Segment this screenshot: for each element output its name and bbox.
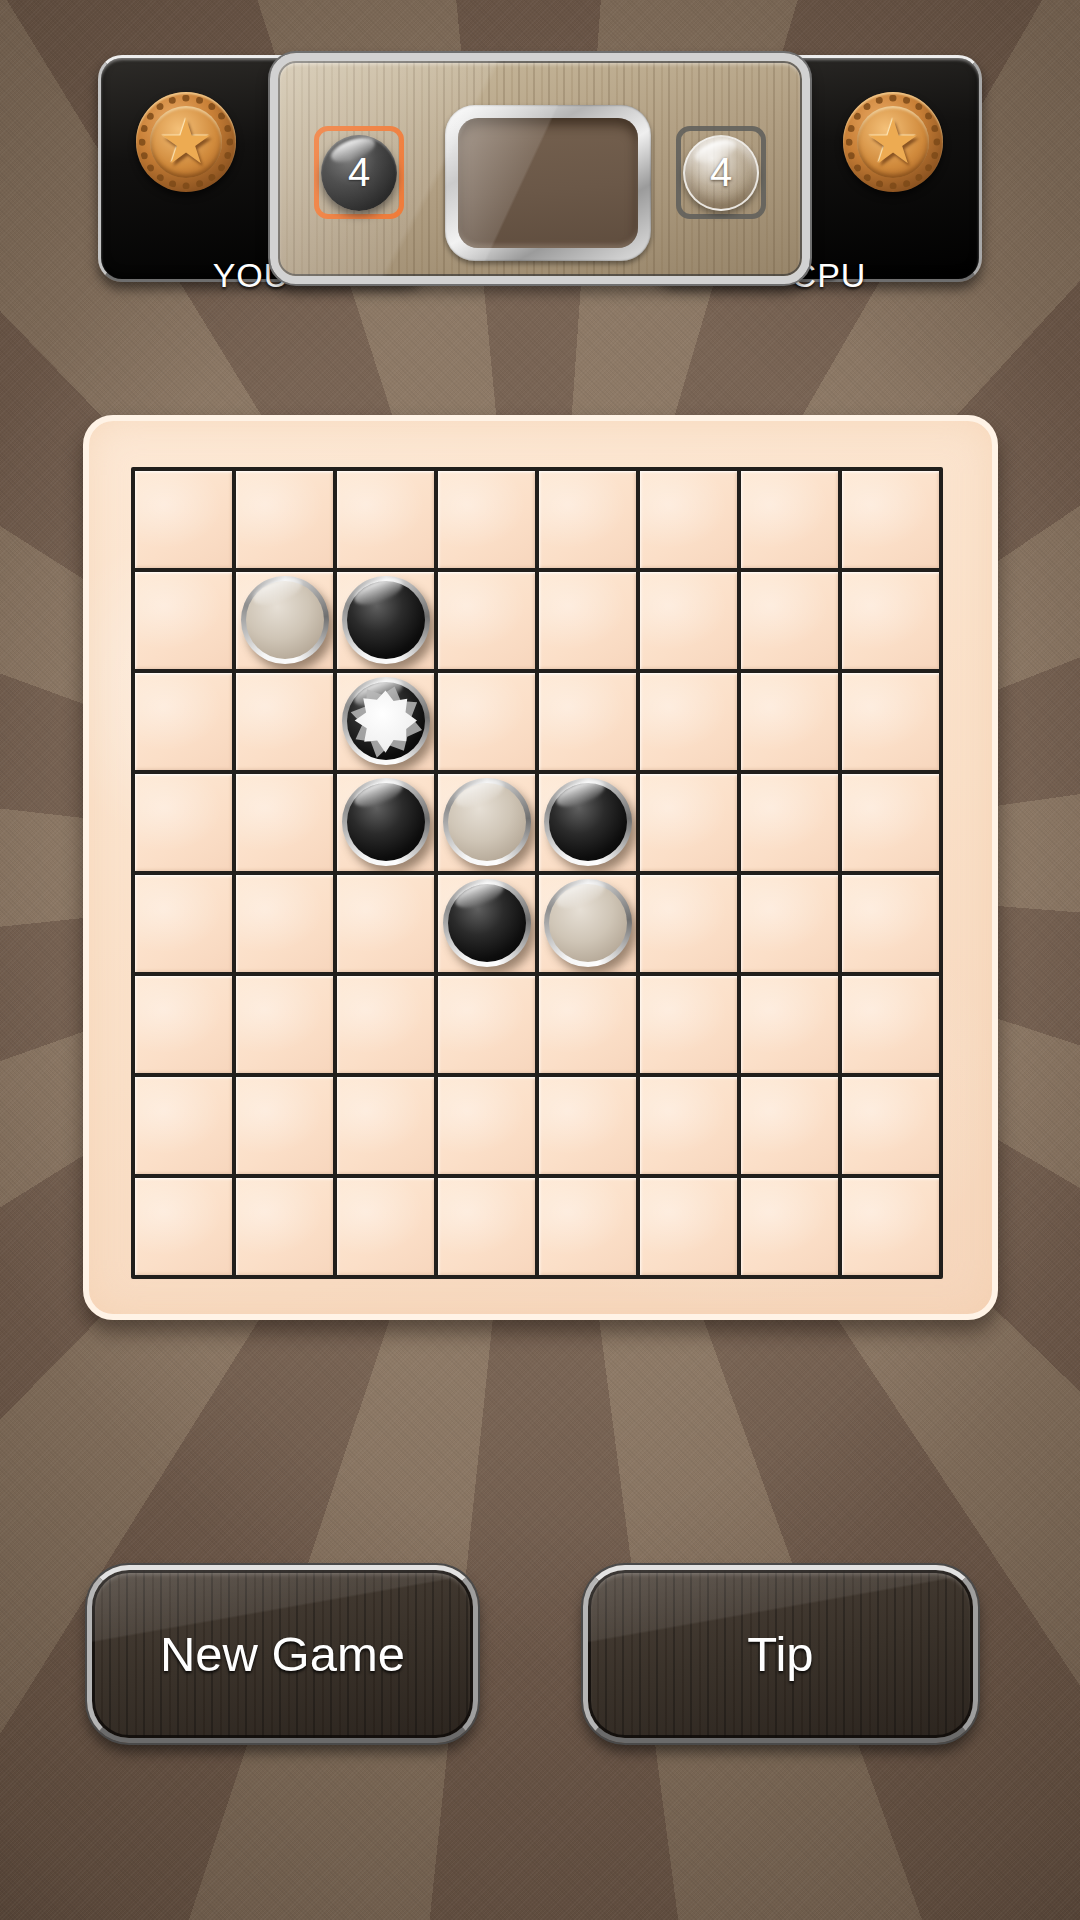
board-cell-r2c2[interactable] xyxy=(236,572,333,669)
board-cell-r6c8[interactable] xyxy=(842,976,939,1073)
board-cell-r2c4[interactable] xyxy=(438,572,535,669)
board-cell-r2c5[interactable] xyxy=(539,572,636,669)
board-cell-r5c4[interactable] xyxy=(438,875,535,972)
tip-label: Tip xyxy=(747,1626,813,1682)
active-turn-box-black: 4 xyxy=(314,126,404,219)
board-cell-r7c3[interactable] xyxy=(337,1077,434,1174)
board-cell-r2c3[interactable] xyxy=(337,572,434,669)
board-cell-r5c8[interactable] xyxy=(842,875,939,972)
score-window xyxy=(445,105,651,261)
board-cell-r3c8[interactable] xyxy=(842,673,939,770)
board-cell-r6c7[interactable] xyxy=(741,976,838,1073)
board-cell-r7c4[interactable] xyxy=(438,1077,535,1174)
black-disc xyxy=(342,778,430,866)
board-cell-r8c6[interactable] xyxy=(640,1178,737,1275)
score-window-hole xyxy=(458,118,638,248)
star-icon: ★ xyxy=(136,99,236,185)
board-cell-r4c6[interactable] xyxy=(640,774,737,871)
board-cell-r7c8[interactable] xyxy=(842,1077,939,1174)
board-cell-r7c6[interactable] xyxy=(640,1077,737,1174)
board-cell-r2c1[interactable] xyxy=(135,572,232,669)
board-cell-r6c2[interactable] xyxy=(236,976,333,1073)
board-cell-r8c4[interactable] xyxy=(438,1178,535,1275)
board-cell-r6c4[interactable] xyxy=(438,976,535,1073)
board-cell-r8c1[interactable] xyxy=(135,1178,232,1275)
board-cell-r8c3[interactable] xyxy=(337,1178,434,1275)
board-cell-r4c3[interactable] xyxy=(337,774,434,871)
board-cell-r6c6[interactable] xyxy=(640,976,737,1073)
board-cell-r3c5[interactable] xyxy=(539,673,636,770)
board-cell-r4c4[interactable] xyxy=(438,774,535,871)
board-cell-r4c7[interactable] xyxy=(741,774,838,871)
board-cell-r8c8[interactable] xyxy=(842,1178,939,1275)
board-cell-r3c7[interactable] xyxy=(741,673,838,770)
black-score-disc: 4 xyxy=(321,135,397,211)
board-cell-r1c5[interactable] xyxy=(539,471,636,568)
board-cell-r6c1[interactable] xyxy=(135,976,232,1073)
board-cell-r4c1[interactable] xyxy=(135,774,232,871)
board-cell-r5c7[interactable] xyxy=(741,875,838,972)
board-cell-r1c3[interactable] xyxy=(337,471,434,568)
bronze-medal-icon: ★ xyxy=(136,92,236,192)
bronze-medal-icon: ★ xyxy=(843,92,943,192)
board-cell-r8c7[interactable] xyxy=(741,1178,838,1275)
board-cell-r1c8[interactable] xyxy=(842,471,939,568)
white-disc xyxy=(443,778,531,866)
game-screen: ★ YOU ★ CPU 4 4 xyxy=(0,0,1080,1920)
white-score-disc: 4 xyxy=(683,135,759,211)
score-panel: 4 4 xyxy=(270,53,810,284)
board-cell-r3c2[interactable] xyxy=(236,673,333,770)
board-cell-r8c2[interactable] xyxy=(236,1178,333,1275)
board-cell-r1c6[interactable] xyxy=(640,471,737,568)
flipping-disc-white-splash xyxy=(342,677,430,765)
board-cell-r3c1[interactable] xyxy=(135,673,232,770)
white-disc xyxy=(544,879,632,967)
board-cell-r4c2[interactable] xyxy=(236,774,333,871)
board-cell-r2c7[interactable] xyxy=(741,572,838,669)
new-game-button[interactable]: New Game xyxy=(87,1565,478,1743)
board-cell-r4c5[interactable] xyxy=(539,774,636,871)
board-cell-r2c8[interactable] xyxy=(842,572,939,669)
black-disc xyxy=(544,778,632,866)
board-cell-r5c6[interactable] xyxy=(640,875,737,972)
board-grid xyxy=(131,467,943,1279)
board-cell-r8c5[interactable] xyxy=(539,1178,636,1275)
othello-board xyxy=(83,415,998,1320)
board-cell-r1c4[interactable] xyxy=(438,471,535,568)
board-cell-r3c4[interactable] xyxy=(438,673,535,770)
board-cell-r2c6[interactable] xyxy=(640,572,737,669)
board-cell-r4c8[interactable] xyxy=(842,774,939,871)
board-cell-r6c5[interactable] xyxy=(539,976,636,1073)
board-cell-r7c2[interactable] xyxy=(236,1077,333,1174)
board-cell-r3c6[interactable] xyxy=(640,673,737,770)
tip-button[interactable]: Tip xyxy=(583,1565,978,1743)
new-game-label: New Game xyxy=(160,1626,405,1682)
board-cell-r6c3[interactable] xyxy=(337,976,434,1073)
inactive-turn-box-white: 4 xyxy=(676,126,766,219)
board-cell-r7c5[interactable] xyxy=(539,1077,636,1174)
board-cell-r7c7[interactable] xyxy=(741,1077,838,1174)
board-cell-r5c3[interactable] xyxy=(337,875,434,972)
board-cell-r1c1[interactable] xyxy=(135,471,232,568)
board-cell-r1c7[interactable] xyxy=(741,471,838,568)
board-cell-r5c2[interactable] xyxy=(236,875,333,972)
white-disc xyxy=(241,576,329,664)
star-icon: ★ xyxy=(843,99,943,185)
board-cell-r5c5[interactable] xyxy=(539,875,636,972)
board-cell-r3c3[interactable] xyxy=(337,673,434,770)
black-disc xyxy=(342,576,430,664)
board-cell-r5c1[interactable] xyxy=(135,875,232,972)
black-disc xyxy=(443,879,531,967)
board-cell-r7c1[interactable] xyxy=(135,1077,232,1174)
board-cell-r1c2[interactable] xyxy=(236,471,333,568)
